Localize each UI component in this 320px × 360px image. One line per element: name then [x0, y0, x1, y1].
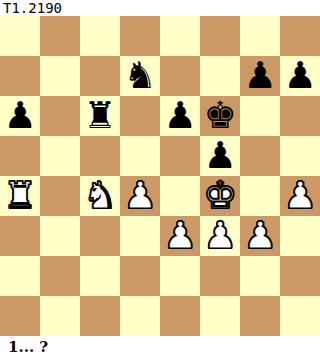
- square-h3[interactable]: [280, 216, 320, 256]
- square-g4[interactable]: [240, 176, 280, 216]
- square-d6[interactable]: [120, 96, 160, 136]
- square-f8[interactable]: [200, 16, 240, 56]
- square-f4[interactable]: ♚: [200, 176, 240, 216]
- square-c6[interactable]: ♜: [80, 96, 120, 136]
- square-h8[interactable]: [280, 16, 320, 56]
- square-e5[interactable]: [160, 136, 200, 176]
- white-pawn[interactable]: ♟: [203, 216, 236, 256]
- square-g1[interactable]: [240, 296, 280, 336]
- square-f2[interactable]: [200, 256, 240, 296]
- square-e8[interactable]: [160, 16, 200, 56]
- square-b6[interactable]: [40, 96, 80, 136]
- square-h5[interactable]: [280, 136, 320, 176]
- square-e6[interactable]: ♟: [160, 96, 200, 136]
- square-d5[interactable]: [120, 136, 160, 176]
- black-pawn[interactable]: ♟: [3, 96, 36, 136]
- square-b3[interactable]: [40, 216, 80, 256]
- square-f6[interactable]: ♚: [200, 96, 240, 136]
- square-f3[interactable]: ♟: [200, 216, 240, 256]
- black-pawn[interactable]: ♟: [203, 136, 236, 176]
- square-c2[interactable]: [80, 256, 120, 296]
- square-c3[interactable]: [80, 216, 120, 256]
- black-pawn[interactable]: ♟: [163, 96, 196, 136]
- square-g2[interactable]: [240, 256, 280, 296]
- square-b7[interactable]: [40, 56, 80, 96]
- square-a6[interactable]: ♟: [0, 96, 40, 136]
- square-g5[interactable]: [240, 136, 280, 176]
- square-a1[interactable]: [0, 296, 40, 336]
- square-c8[interactable]: [80, 16, 120, 56]
- square-b5[interactable]: [40, 136, 80, 176]
- square-b1[interactable]: [40, 296, 80, 336]
- square-g8[interactable]: [240, 16, 280, 56]
- square-h4[interactable]: ♟: [280, 176, 320, 216]
- square-a4[interactable]: ♜: [0, 176, 40, 216]
- square-c5[interactable]: [80, 136, 120, 176]
- white-pawn[interactable]: ♟: [163, 216, 196, 256]
- square-c4[interactable]: ♞: [80, 176, 120, 216]
- white-king[interactable]: ♚: [203, 176, 236, 216]
- square-e1[interactable]: [160, 296, 200, 336]
- white-rook[interactable]: ♜: [3, 176, 36, 216]
- square-e4[interactable]: [160, 176, 200, 216]
- square-g3[interactable]: ♟: [240, 216, 280, 256]
- square-b2[interactable]: [40, 256, 80, 296]
- white-pawn[interactable]: ♟: [283, 176, 316, 216]
- black-rook[interactable]: ♜: [83, 96, 116, 136]
- square-a3[interactable]: [0, 216, 40, 256]
- square-h6[interactable]: [280, 96, 320, 136]
- square-d7[interactable]: ♞: [120, 56, 160, 96]
- black-knight[interactable]: ♞: [123, 56, 156, 96]
- black-pawn[interactable]: ♟: [243, 56, 276, 96]
- square-d8[interactable]: [120, 16, 160, 56]
- square-h2[interactable]: [280, 256, 320, 296]
- square-d1[interactable]: [120, 296, 160, 336]
- square-h1[interactable]: [280, 296, 320, 336]
- square-f1[interactable]: [200, 296, 240, 336]
- square-e2[interactable]: [160, 256, 200, 296]
- square-a5[interactable]: [0, 136, 40, 176]
- white-pawn[interactable]: ♟: [123, 176, 156, 216]
- square-a8[interactable]: [0, 16, 40, 56]
- square-a2[interactable]: [0, 256, 40, 296]
- white-pawn[interactable]: ♟: [243, 216, 276, 256]
- square-b4[interactable]: [40, 176, 80, 216]
- square-g7[interactable]: ♟: [240, 56, 280, 96]
- square-e3[interactable]: ♟: [160, 216, 200, 256]
- chess-board: ♞♟♟♟♜♟♚♟♜♞♟♚♟♟♟♟: [0, 16, 320, 336]
- black-pawn[interactable]: ♟: [283, 56, 316, 96]
- square-g6[interactable]: [240, 96, 280, 136]
- square-b8[interactable]: [40, 16, 80, 56]
- square-c1[interactable]: [80, 296, 120, 336]
- square-a7[interactable]: [0, 56, 40, 96]
- square-e7[interactable]: [160, 56, 200, 96]
- square-d2[interactable]: [120, 256, 160, 296]
- white-knight[interactable]: ♞: [83, 176, 116, 216]
- square-f5[interactable]: ♟: [200, 136, 240, 176]
- black-king[interactable]: ♚: [203, 96, 236, 136]
- square-c7[interactable]: [80, 56, 120, 96]
- move-prompt: 1... ?: [8, 337, 48, 357]
- square-d4[interactable]: ♟: [120, 176, 160, 216]
- diagram-label: T1.2190: [3, 0, 62, 16]
- square-d3[interactable]: [120, 216, 160, 256]
- square-f7[interactable]: [200, 56, 240, 96]
- square-h7[interactable]: ♟: [280, 56, 320, 96]
